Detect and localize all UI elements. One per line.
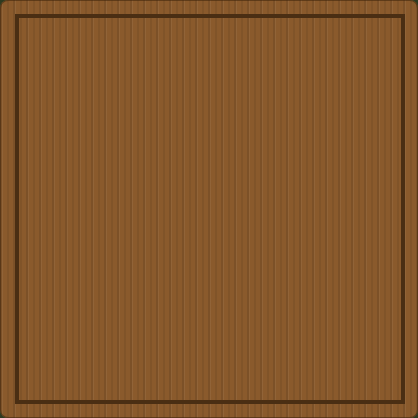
chess-board-widget [0, 0, 418, 418]
file-labels [19, 404, 401, 417]
chess-board [19, 18, 401, 400]
rank-labels [0, 18, 15, 400]
board-frame [15, 14, 405, 404]
